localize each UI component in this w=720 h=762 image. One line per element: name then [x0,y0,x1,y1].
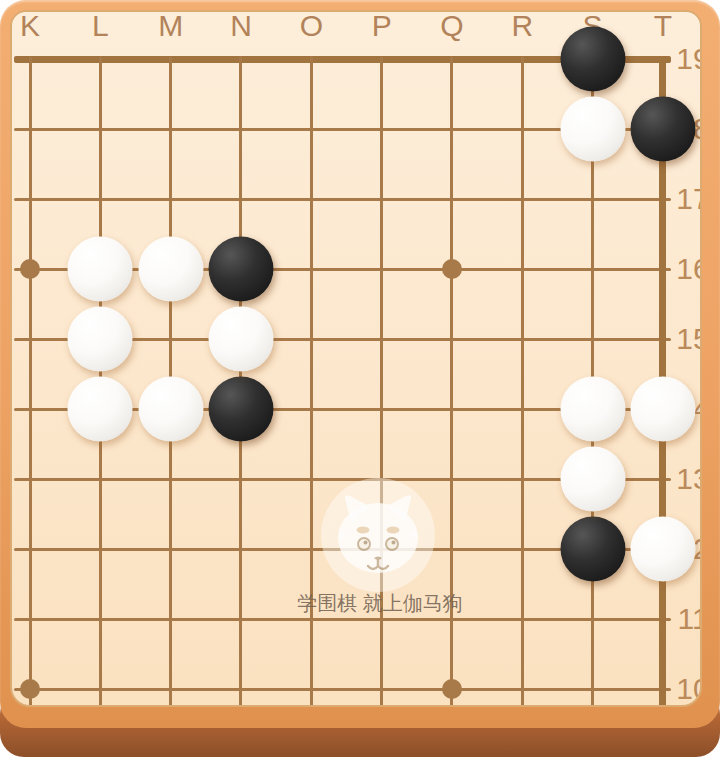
stone-white-T14[interactable] [630,377,695,442]
watermark-text: 学围棋 就上伽马狗 [297,590,463,617]
stone-white-S14[interactable] [560,377,625,442]
stone-white-S18[interactable] [560,97,625,162]
stone-white-L15[interactable] [68,307,133,372]
stone-white-L14[interactable] [68,377,133,442]
stone-white-L16[interactable] [68,237,133,302]
grid-line-row-11 [14,618,671,621]
col-label-N: N [230,10,252,43]
stone-white-N15[interactable] [208,307,273,372]
col-label-R: R [511,10,533,43]
row-label-11: 11 [677,602,702,636]
star-point-K10 [20,679,40,699]
stone-black-T18[interactable] [630,97,695,162]
col-label-O: O [300,10,323,43]
row-label-13: 13 [676,462,702,496]
watermark-dog-logo [321,478,435,592]
col-label-Q: Q [440,10,463,43]
stone-black-N14[interactable] [208,377,273,442]
grid-line-row-17 [14,198,671,201]
row-label-19: 19 [676,42,702,76]
grid-line-col-R [521,56,524,708]
col-label-P: P [372,10,392,43]
grid-line-col-K [29,56,32,708]
go-board-surface[interactable]: KLMNOPQRST19181716151413121110 学围棋 就上伽马狗 [10,10,702,707]
col-label-K: K [20,10,40,43]
stone-black-S19[interactable] [560,27,625,92]
stone-white-M16[interactable] [138,237,203,302]
star-point-Q16 [442,259,462,279]
row-label-17: 17 [676,182,702,216]
stone-white-S13[interactable] [560,447,625,512]
stone-black-N16[interactable] [208,237,273,302]
col-label-L: L [92,10,109,43]
col-label-T: T [654,10,672,43]
stone-white-M14[interactable] [138,377,203,442]
star-point-K16 [20,259,40,279]
go-board-app: KLMNOPQRST19181716151413121110 学围棋 就上伽马狗 [0,0,720,762]
col-label-M: M [158,10,183,43]
stone-white-T12[interactable] [630,517,695,582]
dog-face-icon [321,478,435,592]
stone-black-S12[interactable] [560,517,625,582]
row-label-15: 15 [676,322,702,356]
row-label-16: 16 [676,252,702,286]
grid-line-row-10 [14,688,671,691]
star-point-Q10 [442,679,462,699]
